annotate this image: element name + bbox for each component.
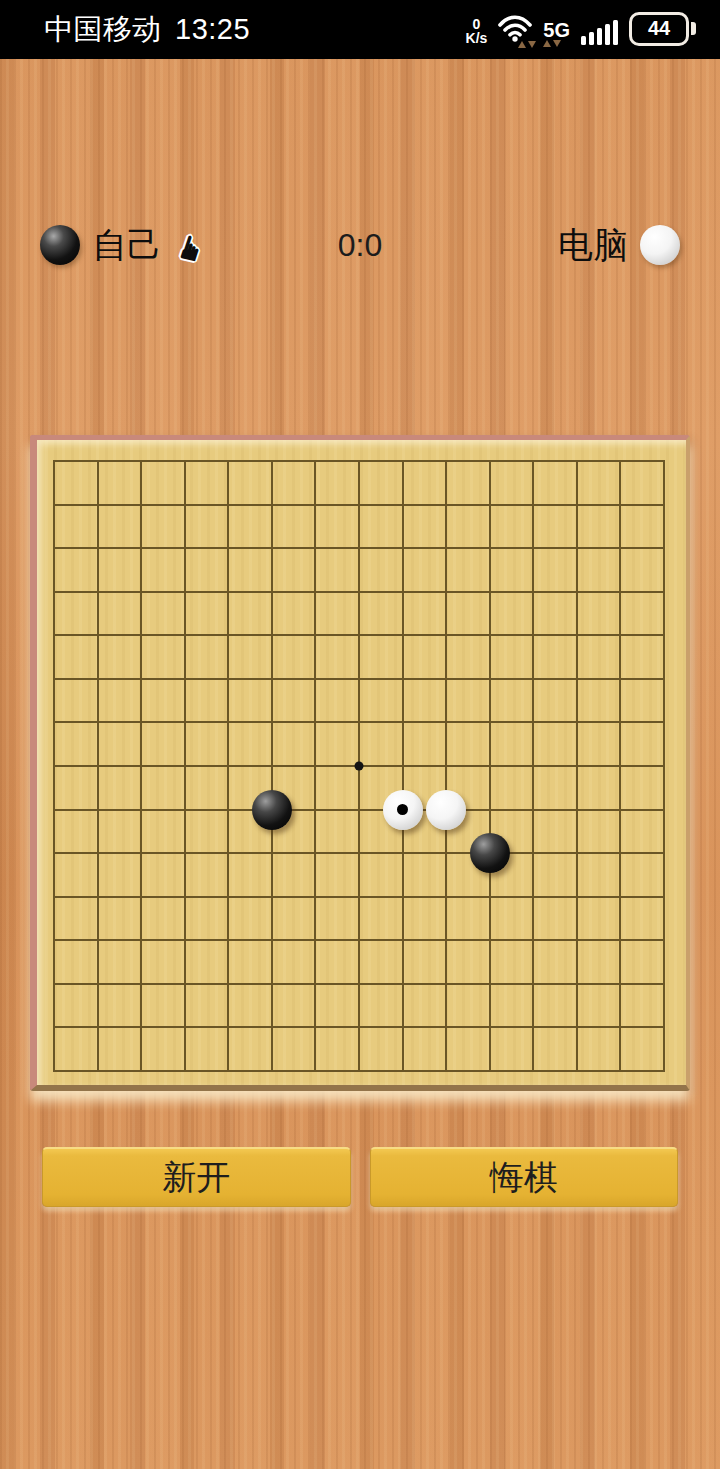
grid-line-vertical <box>445 460 447 1072</box>
battery-body: 44 <box>629 12 689 46</box>
upload-arrow-icon <box>543 40 551 47</box>
grid-line-vertical <box>619 460 621 1072</box>
star-point <box>355 762 364 771</box>
turn-hand-pointer-icon: ☛ <box>168 228 214 268</box>
stone-white <box>383 790 423 830</box>
app-screen: 中国移动 13:25 0 K/s 5G <box>0 0 720 1469</box>
statusbar-left: 中国移动 13:25 <box>44 10 250 50</box>
grid-line-horizontal <box>53 1026 665 1028</box>
signal-bar <box>605 24 610 45</box>
action-buttons: 新开 悔棋 <box>42 1147 678 1207</box>
network-speed-value: 0 <box>466 17 488 31</box>
grid-line-horizontal <box>53 1070 665 1072</box>
upload-arrow-icon <box>518 41 526 48</box>
download-arrow-icon <box>553 40 561 47</box>
clock: 13:25 <box>175 13 250 46</box>
grid-line-vertical <box>663 460 665 1072</box>
signal-bar <box>589 32 594 45</box>
board-surface <box>37 440 686 1085</box>
grid-line-vertical <box>402 460 404 1072</box>
game-board[interactable] <box>30 435 690 1091</box>
grid-line-horizontal <box>53 852 665 854</box>
grid-line-vertical <box>576 460 578 1072</box>
stone-black <box>470 833 510 873</box>
download-arrow-icon <box>528 41 536 48</box>
grid-line-horizontal <box>53 896 665 898</box>
wifi-data-arrows-icon <box>518 41 536 48</box>
score-display: 0:0 <box>338 227 382 264</box>
white-stone-icon <box>640 225 680 265</box>
battery-nub <box>691 22 696 35</box>
battery-percent: 44 <box>648 17 670 40</box>
grid-line-horizontal <box>53 983 665 985</box>
statusbar-right: 0 K/s 5G <box>466 12 696 48</box>
stone-white <box>426 790 466 830</box>
network-speed-indicator: 0 K/s <box>466 17 488 48</box>
player-self-label: 自己 <box>92 222 162 269</box>
player-bar: 自己 ☛ 0:0 电脑 <box>40 218 680 272</box>
grid-line-vertical <box>489 460 491 1072</box>
signal-bar <box>597 28 602 45</box>
stone-black <box>252 790 292 830</box>
signal-bar <box>613 20 618 45</box>
player-self: 自己 ☛ <box>40 222 206 269</box>
grid-line-vertical <box>532 460 534 1072</box>
last-move-marker <box>397 804 408 815</box>
grid-line-horizontal <box>53 939 665 941</box>
status-bar: 中国移动 13:25 0 K/s 5G <box>0 0 720 59</box>
black-stone-icon <box>40 225 80 265</box>
grid-line-horizontal <box>53 809 665 811</box>
undo-button[interactable]: 悔棋 <box>370 1147 679 1207</box>
player-computer-label: 电脑 <box>558 222 628 269</box>
5g-data-arrows-icon <box>543 40 561 47</box>
5g-icon: 5G <box>543 21 570 48</box>
wifi-arcs <box>498 15 532 42</box>
signal-bar <box>581 36 586 45</box>
new-game-button[interactable]: 新开 <box>42 1147 351 1207</box>
player-computer: 电脑 <box>558 222 680 269</box>
network-type-label: 5G <box>543 21 570 39</box>
carrier-label: 中国移动 <box>44 10 162 50</box>
battery-icon: 44 <box>629 12 696 48</box>
signal-strength-icon <box>581 20 618 48</box>
network-speed-unit: K/s <box>466 31 488 45</box>
board-grid <box>54 461 664 1071</box>
wifi-icon <box>498 15 532 48</box>
